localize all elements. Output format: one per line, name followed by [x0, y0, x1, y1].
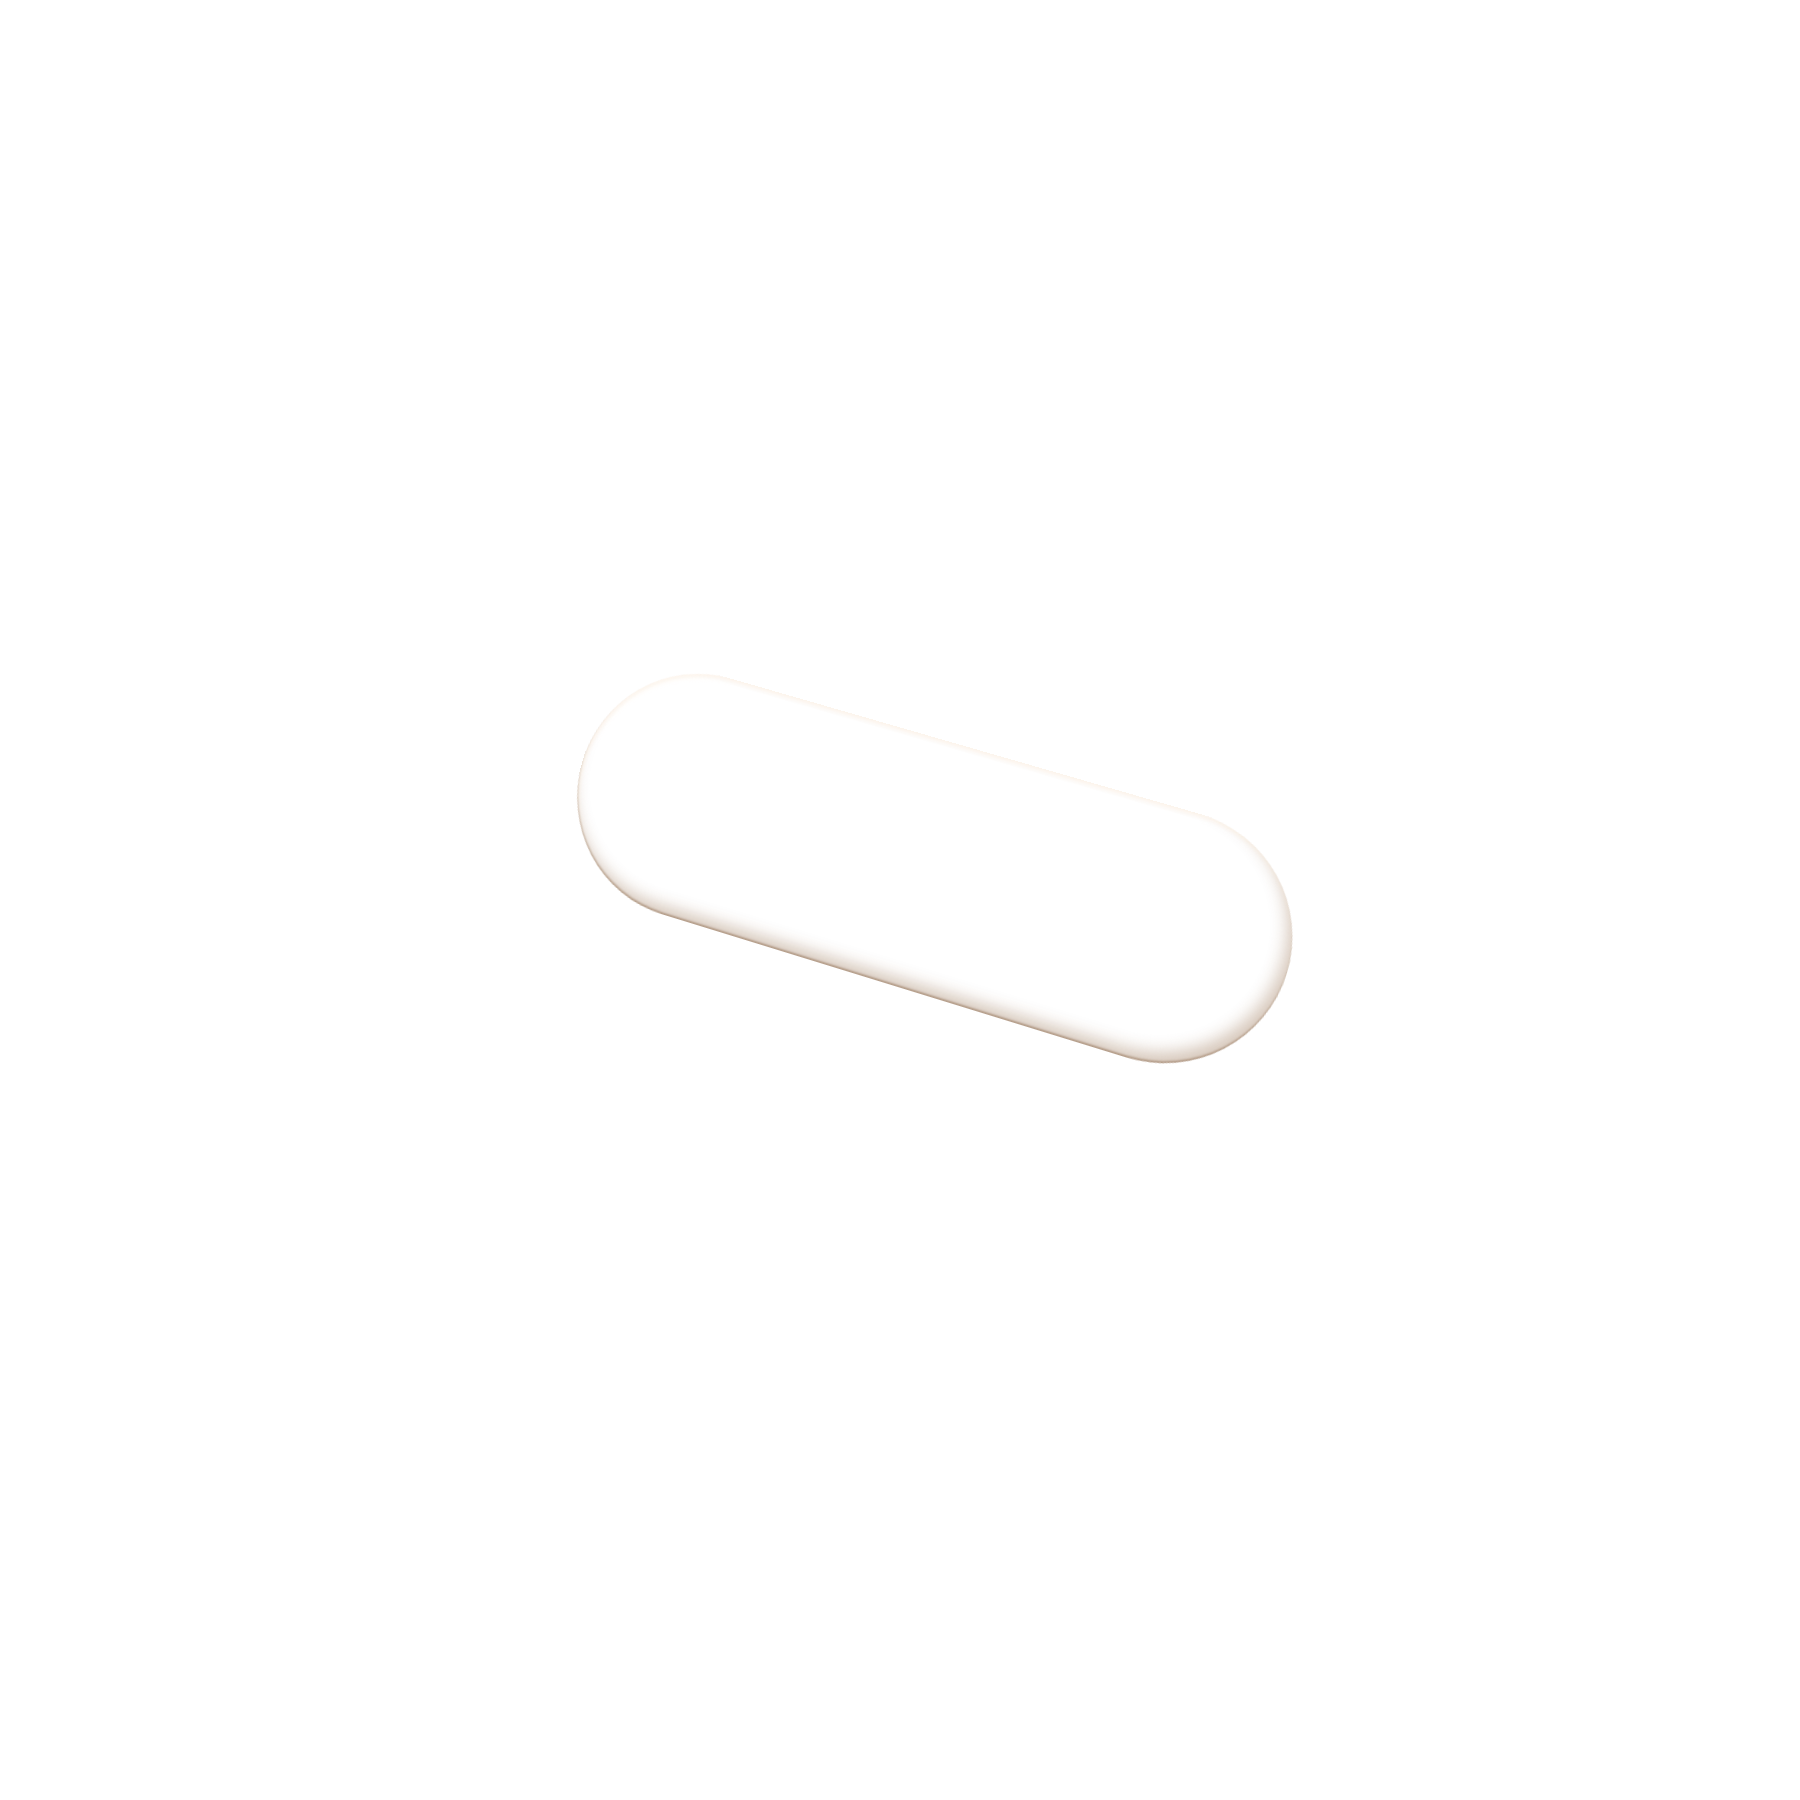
photo-background — [0, 0, 1800, 1800]
tray-top-surface — [549, 645, 1324, 1095]
wooden-tray — [549, 645, 1324, 1095]
